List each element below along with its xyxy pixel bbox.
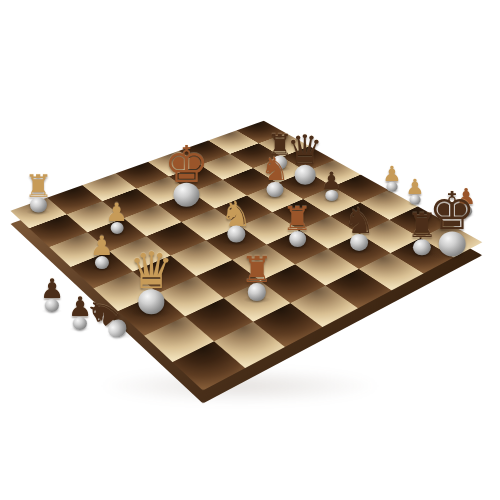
piece-shadow [160, 198, 213, 213]
metal-ball-base [73, 317, 87, 330]
rook-icon: ♜ [267, 132, 293, 159]
piece-shadow [280, 241, 315, 251]
metal-ball-base [289, 231, 306, 247]
pawn-icon: ♟ [68, 295, 92, 320]
metal-ball-base [325, 189, 337, 200]
metal-ball-base [110, 222, 123, 234]
metal-ball-base [387, 182, 398, 192]
piece-black-rook-g1: ♜ [407, 212, 437, 256]
piece-shadow [404, 249, 439, 259]
pawn-icon: ♟ [456, 187, 476, 207]
piece-white-knight-d4: ♞ [221, 197, 252, 242]
piece-shadow [319, 196, 344, 203]
metal-ball-base [104, 316, 129, 341]
piece-shadow [88, 264, 116, 272]
knight-icon: ♞ [343, 205, 375, 238]
metal-ball-base [438, 231, 465, 256]
pawn-icon: ♟ [321, 170, 342, 192]
pawn-icon: ♟ [40, 277, 64, 302]
piece-black-king-offboard: ♚ [429, 188, 476, 256]
piece-black-rook-g6: ♜ [267, 132, 293, 170]
piece-black-pawn-offboard: ♟ [40, 277, 64, 312]
pawn-icon: ♟ [90, 234, 114, 259]
piece-white-pawn-b6: ♟ [105, 201, 128, 234]
piece-shadow [103, 229, 130, 237]
piece-white-queen-a3: ♛ [129, 248, 174, 314]
metal-ball-base [138, 290, 164, 314]
metal-ball-base [272, 156, 287, 170]
rook-icon: ♜ [282, 204, 312, 234]
king-icon: ♚ [429, 188, 476, 236]
rook-icon: ♜ [241, 254, 273, 287]
piece-shadow [38, 307, 66, 315]
piece-white-king-d6: ♚ [164, 141, 209, 206]
metal-ball-base [460, 205, 471, 216]
piece-black-pawn-g4: ♟ [321, 170, 342, 201]
piece-shadow [404, 201, 426, 207]
metal-ball-base [173, 183, 199, 207]
knight-icon: ♞ [221, 197, 252, 229]
piece-black-pawn-offboard: ♟ [68, 295, 92, 330]
piece-shadow [22, 207, 55, 216]
piece-white-rook-e3: ♜ [282, 204, 312, 247]
knight-icon: ♞ [260, 155, 289, 185]
metal-ball-base [248, 283, 267, 300]
metal-ball-base [410, 195, 421, 205]
piece-black-knight-offboard: ♞ [80, 289, 135, 346]
piece-white-rook-c2: ♜ [241, 254, 273, 301]
metal-ball-base [413, 239, 430, 255]
piece-shadow [101, 330, 139, 341]
knight-icon: ♞ [80, 289, 126, 335]
metal-ball-base [266, 182, 283, 198]
piece-shadow [454, 212, 477, 219]
rook-icon: ♜ [24, 172, 52, 201]
metal-ball-base [45, 299, 59, 312]
piece-white-pawn-a5: ♟ [90, 234, 114, 269]
piece-shadow [125, 305, 178, 320]
king-icon: ♚ [164, 141, 209, 187]
rook-icon: ♜ [407, 212, 437, 243]
piece-shadow [265, 164, 295, 173]
piece-shadow [66, 325, 94, 333]
piece-black-knight-f2: ♞ [343, 205, 375, 251]
piece-shadow [381, 188, 403, 194]
queen-icon: ♛ [287, 132, 324, 170]
metal-ball-base [95, 256, 109, 269]
piece-shadow [258, 191, 292, 201]
chess-pieces-layer: ♜♟♚♜♟♞♛♞♟♜♛♜♞♜♟♟♞♟♟♟♚ [0, 0, 500, 500]
piece-white-pawn-offboard: ♟ [456, 187, 476, 216]
piece-shadow [425, 247, 480, 263]
metal-ball-base [30, 198, 46, 213]
piece-shadow [283, 178, 326, 190]
metal-ball-base [350, 234, 368, 251]
piece-black-queen-g5: ♛ [287, 132, 324, 185]
product-photo-scene: ♜♟♚♜♟♞♛♞♟♜♛♜♞♜♟♟♞♟♟♟♚ [0, 0, 500, 500]
piece-white-knight-f5: ♞ [260, 155, 289, 197]
pawn-icon: ♟ [383, 165, 402, 184]
metal-ball-base [227, 226, 245, 243]
piece-white-pawn-offboard: ♟ [383, 165, 402, 192]
queen-icon: ♛ [129, 248, 174, 295]
piece-shadow [218, 236, 255, 246]
piece-white-pawn-offboard: ♟ [406, 178, 425, 205]
pawn-icon: ♟ [406, 178, 425, 197]
piece-white-rook-a8: ♜ [24, 172, 52, 213]
piece-shadow [238, 294, 276, 305]
pawn-icon: ♟ [105, 201, 128, 224]
piece-shadow [341, 245, 378, 256]
metal-ball-base [294, 165, 315, 185]
